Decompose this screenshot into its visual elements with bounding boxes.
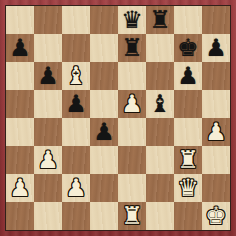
square-h6[interactable] [202,62,230,90]
white-king-h1[interactable]: ♚ [205,202,227,230]
white-pawn-c2[interactable]: ♟ [65,174,87,202]
white-rook-e1[interactable]: ♜ [121,202,143,230]
square-d1[interactable] [90,202,118,230]
black-bishop-f5[interactable]: ♝ [149,90,171,118]
square-f3[interactable] [146,146,174,174]
square-a7[interactable]: ♟ [6,34,34,62]
square-b5[interactable] [34,90,62,118]
square-e1[interactable]: ♜ [118,202,146,230]
square-e4[interactable] [118,118,146,146]
square-h7[interactable]: ♟ [202,34,230,62]
black-rook-e7[interactable]: ♜ [121,34,143,62]
square-c4[interactable] [62,118,90,146]
black-pawn-d4[interactable]: ♟ [93,118,115,146]
square-g5[interactable] [174,90,202,118]
square-c3[interactable] [62,146,90,174]
square-e2[interactable] [118,174,146,202]
square-g8[interactable] [174,6,202,34]
square-f7[interactable] [146,34,174,62]
white-pawn-b3[interactable]: ♟ [37,146,59,174]
square-b3[interactable]: ♟ [34,146,62,174]
square-a2[interactable]: ♟ [6,174,34,202]
square-h3[interactable] [202,146,230,174]
square-e7[interactable]: ♜ [118,34,146,62]
square-h2[interactable] [202,174,230,202]
black-king-g7[interactable]: ♚ [177,34,199,62]
square-e5[interactable]: ♟ [118,90,146,118]
white-pawn-e5[interactable]: ♟ [121,90,143,118]
black-queen-e8[interactable]: ♛ [121,6,143,34]
square-g1[interactable] [174,202,202,230]
square-h5[interactable] [202,90,230,118]
square-f8[interactable]: ♜ [146,6,174,34]
square-d8[interactable] [90,6,118,34]
square-c6[interactable]: ♝ [62,62,90,90]
white-bishop-c6[interactable]: ♝ [65,62,87,90]
chess-board[interactable]: ♛♜♟♜♚♟♟♝♟♟♟♝♟♟♟♜♟♟♛♜♚ [6,6,230,230]
square-c5[interactable]: ♟ [62,90,90,118]
square-g7[interactable]: ♚ [174,34,202,62]
black-pawn-a7[interactable]: ♟ [9,34,31,62]
square-g4[interactable] [174,118,202,146]
square-a1[interactable] [6,202,34,230]
square-d7[interactable] [90,34,118,62]
square-f2[interactable] [146,174,174,202]
square-b7[interactable] [34,34,62,62]
square-g3[interactable]: ♜ [174,146,202,174]
square-h4[interactable]: ♟ [202,118,230,146]
square-h8[interactable] [202,6,230,34]
square-g6[interactable]: ♟ [174,62,202,90]
square-g2[interactable]: ♛ [174,174,202,202]
white-queen-g2[interactable]: ♛ [177,174,199,202]
square-e6[interactable] [118,62,146,90]
square-c1[interactable] [62,202,90,230]
square-d6[interactable] [90,62,118,90]
square-a3[interactable] [6,146,34,174]
square-c7[interactable] [62,34,90,62]
square-b8[interactable] [34,6,62,34]
square-f6[interactable] [146,62,174,90]
square-e8[interactable]: ♛ [118,6,146,34]
white-pawn-a2[interactable]: ♟ [9,174,31,202]
black-pawn-c5[interactable]: ♟ [65,90,87,118]
square-e3[interactable] [118,146,146,174]
square-a4[interactable] [6,118,34,146]
square-a5[interactable] [6,90,34,118]
white-pawn-h4[interactable]: ♟ [205,118,227,146]
square-f1[interactable] [146,202,174,230]
chess-board-edge: ♛♜♟♜♚♟♟♝♟♟♟♝♟♟♟♜♟♟♛♜♚ [5,5,231,231]
square-b4[interactable] [34,118,62,146]
square-a6[interactable] [6,62,34,90]
square-a8[interactable] [6,6,34,34]
white-rook-g3[interactable]: ♜ [177,146,199,174]
black-pawn-b6[interactable]: ♟ [37,62,59,90]
square-d4[interactable]: ♟ [90,118,118,146]
square-c8[interactable] [62,6,90,34]
square-b6[interactable]: ♟ [34,62,62,90]
black-pawn-h7[interactable]: ♟ [205,34,227,62]
square-c2[interactable]: ♟ [62,174,90,202]
square-h1[interactable]: ♚ [202,202,230,230]
chess-board-frame: ♛♜♟♜♚♟♟♝♟♟♟♝♟♟♟♜♟♟♛♜♚ [0,0,236,236]
square-f4[interactable] [146,118,174,146]
square-b2[interactable] [34,174,62,202]
square-d2[interactable] [90,174,118,202]
black-rook-f8[interactable]: ♜ [149,6,171,34]
square-d5[interactable] [90,90,118,118]
square-d3[interactable] [90,146,118,174]
square-f5[interactable]: ♝ [146,90,174,118]
square-b1[interactable] [34,202,62,230]
black-pawn-g6[interactable]: ♟ [177,62,199,90]
